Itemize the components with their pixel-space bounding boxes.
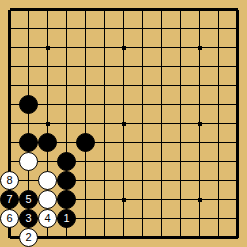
intersection[interactable] <box>57 57 76 76</box>
intersection[interactable] <box>171 19 190 38</box>
white-stone[interactable] <box>38 171 57 190</box>
intersection[interactable] <box>19 114 38 133</box>
intersection[interactable] <box>76 209 95 228</box>
intersection[interactable] <box>19 133 38 152</box>
intersection[interactable] <box>76 114 95 133</box>
intersection[interactable] <box>133 19 152 38</box>
intersection[interactable] <box>76 152 95 171</box>
black-stone[interactable]: 7 <box>0 190 19 209</box>
intersection[interactable] <box>76 171 95 190</box>
intersection[interactable] <box>114 152 133 171</box>
intersection[interactable]: 4 <box>38 209 57 228</box>
intersection[interactable] <box>95 114 114 133</box>
intersection[interactable] <box>228 95 247 114</box>
intersection[interactable] <box>190 209 209 228</box>
intersection[interactable] <box>152 190 171 209</box>
intersection[interactable] <box>190 171 209 190</box>
intersection[interactable] <box>171 38 190 57</box>
intersection[interactable] <box>209 95 228 114</box>
intersection[interactable] <box>209 133 228 152</box>
move-number: 8 <box>6 175 12 186</box>
intersection[interactable] <box>38 0 57 19</box>
black-stone[interactable]: 5 <box>19 190 38 209</box>
intersection[interactable]: 2 <box>19 228 38 247</box>
intersection[interactable]: 5 <box>19 190 38 209</box>
intersection[interactable] <box>57 114 76 133</box>
intersection[interactable] <box>209 38 228 57</box>
intersection[interactable] <box>95 209 114 228</box>
intersection[interactable] <box>152 38 171 57</box>
intersection[interactable] <box>190 19 209 38</box>
intersection[interactable]: 8 <box>0 171 19 190</box>
intersection[interactable] <box>38 171 57 190</box>
intersection[interactable] <box>57 76 76 95</box>
black-stone[interactable] <box>57 171 76 190</box>
intersection[interactable] <box>133 57 152 76</box>
intersection[interactable] <box>38 95 57 114</box>
intersection[interactable] <box>76 57 95 76</box>
intersection[interactable] <box>228 38 247 57</box>
intersection[interactable] <box>0 19 19 38</box>
intersection[interactable] <box>19 95 38 114</box>
intersection[interactable] <box>114 114 133 133</box>
intersection[interactable] <box>133 209 152 228</box>
intersection[interactable] <box>209 228 228 247</box>
intersection[interactable] <box>114 95 133 114</box>
intersection[interactable] <box>19 152 38 171</box>
intersection[interactable] <box>0 0 19 19</box>
black-stone[interactable]: 3 <box>19 209 38 228</box>
intersection[interactable] <box>57 95 76 114</box>
intersection[interactable] <box>114 38 133 57</box>
black-stone[interactable] <box>57 190 76 209</box>
intersection[interactable] <box>0 114 19 133</box>
intersection[interactable] <box>133 114 152 133</box>
intersection[interactable] <box>133 0 152 19</box>
intersection[interactable] <box>190 152 209 171</box>
intersection[interactable] <box>209 114 228 133</box>
intersection[interactable] <box>190 190 209 209</box>
intersection[interactable] <box>0 76 19 95</box>
intersection[interactable] <box>95 133 114 152</box>
intersection[interactable] <box>190 95 209 114</box>
intersection[interactable] <box>76 228 95 247</box>
intersection[interactable] <box>95 76 114 95</box>
intersection[interactable] <box>171 57 190 76</box>
intersection[interactable] <box>114 19 133 38</box>
black-stone[interactable] <box>57 152 76 171</box>
intersection[interactable] <box>133 133 152 152</box>
intersection[interactable] <box>38 152 57 171</box>
white-stone[interactable]: 6 <box>0 209 19 228</box>
intersection[interactable] <box>190 57 209 76</box>
intersection[interactable] <box>114 57 133 76</box>
intersection[interactable] <box>19 76 38 95</box>
intersection[interactable] <box>190 38 209 57</box>
move-number: 7 <box>6 194 12 205</box>
white-stone[interactable]: 8 <box>0 171 19 190</box>
intersection[interactable] <box>95 152 114 171</box>
white-stone[interactable]: 4 <box>38 209 57 228</box>
intersection[interactable] <box>171 228 190 247</box>
intersection[interactable] <box>114 228 133 247</box>
intersection[interactable] <box>190 228 209 247</box>
black-stone[interactable] <box>19 95 38 114</box>
intersection[interactable] <box>57 190 76 209</box>
intersection[interactable] <box>95 190 114 209</box>
black-stone[interactable] <box>38 133 57 152</box>
intersection[interactable] <box>171 152 190 171</box>
intersection[interactable] <box>228 171 247 190</box>
intersection[interactable] <box>171 76 190 95</box>
intersection[interactable] <box>190 114 209 133</box>
intersection[interactable] <box>209 209 228 228</box>
intersection[interactable] <box>209 171 228 190</box>
intersection[interactable] <box>228 190 247 209</box>
intersection[interactable] <box>133 76 152 95</box>
intersection[interactable] <box>57 38 76 57</box>
intersection[interactable] <box>152 133 171 152</box>
intersection[interactable] <box>114 171 133 190</box>
intersection[interactable] <box>95 19 114 38</box>
go-board: 87563412 <box>0 0 247 247</box>
intersection[interactable] <box>76 38 95 57</box>
black-stone[interactable] <box>76 133 95 152</box>
intersection[interactable] <box>190 133 209 152</box>
move-number: 3 <box>25 213 31 224</box>
intersection[interactable] <box>57 152 76 171</box>
intersection[interactable] <box>38 57 57 76</box>
intersection[interactable] <box>95 228 114 247</box>
intersection[interactable] <box>95 95 114 114</box>
intersection[interactable] <box>0 38 19 57</box>
intersection[interactable] <box>0 57 19 76</box>
intersection[interactable] <box>228 152 247 171</box>
intersection[interactable] <box>19 171 38 190</box>
intersection[interactable] <box>152 209 171 228</box>
intersection[interactable] <box>228 228 247 247</box>
intersection[interactable] <box>38 228 57 247</box>
intersection[interactable] <box>228 209 247 228</box>
intersection[interactable] <box>171 133 190 152</box>
intersection[interactable] <box>0 152 19 171</box>
intersection[interactable] <box>152 152 171 171</box>
intersection[interactable] <box>209 190 228 209</box>
intersection[interactable] <box>114 209 133 228</box>
intersection[interactable] <box>171 209 190 228</box>
intersection[interactable] <box>114 76 133 95</box>
move-number: 4 <box>44 213 50 224</box>
intersection[interactable] <box>152 19 171 38</box>
intersection[interactable] <box>171 95 190 114</box>
intersection[interactable] <box>209 152 228 171</box>
intersection[interactable] <box>38 190 57 209</box>
intersection[interactable] <box>57 171 76 190</box>
intersection[interactable] <box>133 38 152 57</box>
intersection[interactable] <box>152 114 171 133</box>
intersection[interactable] <box>171 0 190 19</box>
intersection[interactable] <box>114 190 133 209</box>
intersection[interactable] <box>38 76 57 95</box>
intersection[interactable] <box>209 0 228 19</box>
intersection[interactable] <box>95 38 114 57</box>
intersection[interactable] <box>228 76 247 95</box>
intersection[interactable] <box>76 190 95 209</box>
intersection[interactable] <box>19 19 38 38</box>
white-stone[interactable] <box>38 190 57 209</box>
intersection[interactable] <box>0 95 19 114</box>
intersection[interactable] <box>57 19 76 38</box>
black-stone[interactable] <box>19 133 38 152</box>
intersection[interactable] <box>76 0 95 19</box>
intersection[interactable] <box>228 0 247 19</box>
intersection[interactable] <box>76 19 95 38</box>
intersection[interactable] <box>19 0 38 19</box>
intersection[interactable] <box>190 0 209 19</box>
intersection[interactable] <box>57 228 76 247</box>
intersection[interactable] <box>0 133 19 152</box>
intersection[interactable] <box>133 171 152 190</box>
intersection[interactable] <box>209 19 228 38</box>
intersection[interactable] <box>209 76 228 95</box>
intersection[interactable] <box>95 57 114 76</box>
intersection[interactable] <box>152 171 171 190</box>
intersection[interactable]: 3 <box>19 209 38 228</box>
intersection[interactable] <box>152 0 171 19</box>
intersection[interactable] <box>76 76 95 95</box>
black-stone[interactable]: 1 <box>57 209 76 228</box>
intersection[interactable] <box>114 0 133 19</box>
intersection[interactable] <box>0 228 19 247</box>
intersection[interactable] <box>76 133 95 152</box>
intersection[interactable] <box>152 228 171 247</box>
intersection[interactable] <box>152 57 171 76</box>
intersection[interactable]: 7 <box>0 190 19 209</box>
intersection[interactable] <box>171 190 190 209</box>
intersection[interactable] <box>171 114 190 133</box>
intersection[interactable] <box>38 114 57 133</box>
move-number: 6 <box>6 213 12 224</box>
intersection[interactable] <box>95 0 114 19</box>
intersection[interactable] <box>38 38 57 57</box>
intersection[interactable] <box>171 171 190 190</box>
intersection[interactable] <box>38 19 57 38</box>
intersection[interactable] <box>190 76 209 95</box>
intersection[interactable] <box>19 38 38 57</box>
intersection[interactable] <box>228 57 247 76</box>
intersection[interactable] <box>95 171 114 190</box>
intersection[interactable] <box>133 190 152 209</box>
intersection[interactable] <box>57 0 76 19</box>
intersection[interactable] <box>19 57 38 76</box>
intersection[interactable] <box>114 133 133 152</box>
intersection[interactable] <box>228 19 247 38</box>
intersection[interactable]: 6 <box>0 209 19 228</box>
intersection[interactable] <box>209 57 228 76</box>
intersection[interactable] <box>76 95 95 114</box>
intersection[interactable]: 1 <box>57 209 76 228</box>
intersection[interactable] <box>228 133 247 152</box>
intersection[interactable] <box>133 152 152 171</box>
intersection[interactable] <box>228 114 247 133</box>
intersection[interactable] <box>152 95 171 114</box>
white-stone[interactable]: 2 <box>19 228 38 247</box>
move-number: 5 <box>25 194 31 205</box>
intersection[interactable] <box>133 228 152 247</box>
intersection[interactable] <box>152 76 171 95</box>
white-stone[interactable] <box>19 152 38 171</box>
move-number: 2 <box>25 232 31 243</box>
intersection[interactable] <box>57 133 76 152</box>
move-number: 1 <box>63 213 69 224</box>
intersection[interactable] <box>133 95 152 114</box>
intersection[interactable] <box>38 133 57 152</box>
